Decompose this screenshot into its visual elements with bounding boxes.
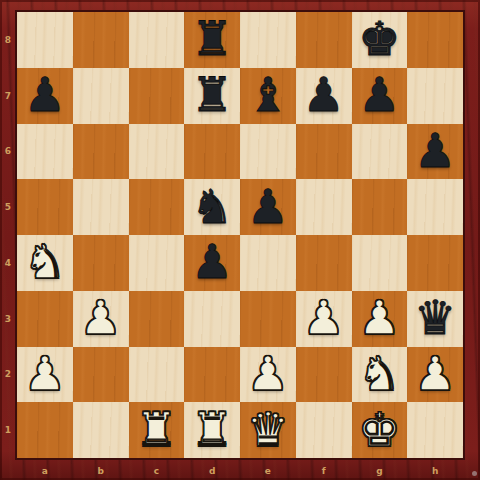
square-h4[interactable]: [407, 235, 463, 291]
square-e5[interactable]: ♟: [240, 179, 296, 235]
rank-label-6: 6: [0, 124, 16, 180]
file-label-d: d: [184, 461, 240, 480]
white-pawn-h2[interactable]: ♟: [414, 350, 456, 397]
black-pawn-h6[interactable]: ♟: [414, 127, 456, 174]
black-pawn-f7[interactable]: ♟: [303, 71, 345, 118]
square-a4[interactable]: ♞: [17, 235, 73, 291]
rank-label-1: 1: [0, 402, 16, 458]
square-f6[interactable]: [296, 124, 352, 180]
white-knight-g2[interactable]: ♞: [358, 350, 400, 397]
white-rook-c1[interactable]: ♜: [135, 406, 177, 453]
black-pawn-d4[interactable]: ♟: [191, 238, 233, 285]
rank-label-3: 3: [0, 291, 16, 347]
square-g3[interactable]: ♟: [352, 291, 408, 347]
black-knight-d5[interactable]: ♞: [191, 183, 233, 230]
white-queen-e1[interactable]: ♛: [247, 406, 289, 453]
watermark-dot: [472, 471, 477, 476]
square-f3[interactable]: ♟: [296, 291, 352, 347]
rank-label-5: 5: [0, 179, 16, 235]
square-e1[interactable]: ♛: [240, 402, 296, 458]
white-knight-a4[interactable]: ♞: [24, 238, 66, 285]
square-g7[interactable]: ♟: [352, 68, 408, 124]
square-b2[interactable]: [73, 347, 129, 403]
square-d5[interactable]: ♞: [184, 179, 240, 235]
square-c4[interactable]: [129, 235, 185, 291]
square-g6[interactable]: [352, 124, 408, 180]
square-b6[interactable]: [73, 124, 129, 180]
square-f8[interactable]: [296, 12, 352, 68]
square-c5[interactable]: [129, 179, 185, 235]
square-e4[interactable]: [240, 235, 296, 291]
square-h3[interactable]: ♛: [407, 291, 463, 347]
square-e7[interactable]: ♝: [240, 68, 296, 124]
white-pawn-f3[interactable]: ♟: [303, 294, 345, 341]
black-queen-h3[interactable]: ♛: [414, 294, 456, 341]
black-king-g8[interactable]: ♚: [358, 15, 400, 62]
square-e2[interactable]: ♟: [240, 347, 296, 403]
square-g4[interactable]: [352, 235, 408, 291]
square-b1[interactable]: [73, 402, 129, 458]
square-e3[interactable]: [240, 291, 296, 347]
file-label-g: g: [352, 461, 408, 480]
square-g8[interactable]: ♚: [352, 12, 408, 68]
rank-labels: 87654321: [0, 12, 16, 458]
square-a5[interactable]: [17, 179, 73, 235]
square-a2[interactable]: ♟: [17, 347, 73, 403]
square-h7[interactable]: [407, 68, 463, 124]
square-b4[interactable]: [73, 235, 129, 291]
square-c2[interactable]: [129, 347, 185, 403]
square-b3[interactable]: ♟: [73, 291, 129, 347]
square-f5[interactable]: [296, 179, 352, 235]
white-king-g1[interactable]: ♚: [358, 406, 400, 453]
square-b5[interactable]: [73, 179, 129, 235]
square-d3[interactable]: [184, 291, 240, 347]
square-f4[interactable]: [296, 235, 352, 291]
square-f1[interactable]: [296, 402, 352, 458]
square-e8[interactable]: [240, 12, 296, 68]
square-h1[interactable]: [407, 402, 463, 458]
square-d6[interactable]: [184, 124, 240, 180]
black-pawn-a7[interactable]: ♟: [24, 71, 66, 118]
white-pawn-a2[interactable]: ♟: [24, 350, 66, 397]
square-a7[interactable]: ♟: [17, 68, 73, 124]
square-a3[interactable]: [17, 291, 73, 347]
rank-label-2: 2: [0, 347, 16, 403]
chess-board: ♜♚♟♜♝♟♟♟♞♟♞♟♟♟♟♛♟♟♞♟♜♜♛♚: [17, 12, 463, 458]
rank-label-8: 8: [0, 12, 16, 68]
white-rook-d1[interactable]: ♜: [191, 406, 233, 453]
file-label-h: h: [407, 461, 463, 480]
rank-label-4: 4: [0, 235, 16, 291]
white-pawn-b3[interactable]: ♟: [80, 294, 122, 341]
square-a8[interactable]: [17, 12, 73, 68]
file-label-c: c: [129, 461, 185, 480]
square-h8[interactable]: [407, 12, 463, 68]
square-d8[interactable]: ♜: [184, 12, 240, 68]
black-pawn-g7[interactable]: ♟: [358, 71, 400, 118]
file-label-f: f: [296, 461, 352, 480]
black-rook-d7[interactable]: ♜: [191, 71, 233, 118]
square-e6[interactable]: [240, 124, 296, 180]
square-d7[interactable]: ♜: [184, 68, 240, 124]
square-h5[interactable]: [407, 179, 463, 235]
square-g1[interactable]: ♚: [352, 402, 408, 458]
square-g2[interactable]: ♞: [352, 347, 408, 403]
square-a1[interactable]: [17, 402, 73, 458]
black-rook-d8[interactable]: ♜: [191, 15, 233, 62]
square-b7[interactable]: [73, 68, 129, 124]
square-c7[interactable]: [129, 68, 185, 124]
square-g5[interactable]: [352, 179, 408, 235]
square-a6[interactable]: [17, 124, 73, 180]
square-d2[interactable]: [184, 347, 240, 403]
square-c8[interactable]: [129, 12, 185, 68]
square-d1[interactable]: ♜: [184, 402, 240, 458]
square-h2[interactable]: ♟: [407, 347, 463, 403]
black-pawn-e5[interactable]: ♟: [247, 183, 289, 230]
square-b8[interactable]: [73, 12, 129, 68]
square-c3[interactable]: [129, 291, 185, 347]
square-f7[interactable]: ♟: [296, 68, 352, 124]
chess-app: ♜♚♟♜♝♟♟♟♞♟♞♟♟♟♟♛♟♟♞♟♜♜♛♚ 87654321 abcdef…: [0, 0, 480, 480]
file-label-e: e: [240, 461, 296, 480]
square-d4[interactable]: ♟: [184, 235, 240, 291]
file-labels: abcdefgh: [17, 461, 463, 480]
rank-label-7: 7: [0, 68, 16, 124]
file-label-a: a: [17, 461, 73, 480]
file-label-b: b: [73, 461, 129, 480]
square-h6[interactable]: ♟: [407, 124, 463, 180]
square-c1[interactable]: ♜: [129, 402, 185, 458]
black-bishop-e7[interactable]: ♝: [247, 71, 289, 118]
square-f2[interactable]: [296, 347, 352, 403]
white-pawn-e2[interactable]: ♟: [247, 350, 289, 397]
square-c6[interactable]: [129, 124, 185, 180]
white-pawn-g3[interactable]: ♟: [358, 294, 400, 341]
